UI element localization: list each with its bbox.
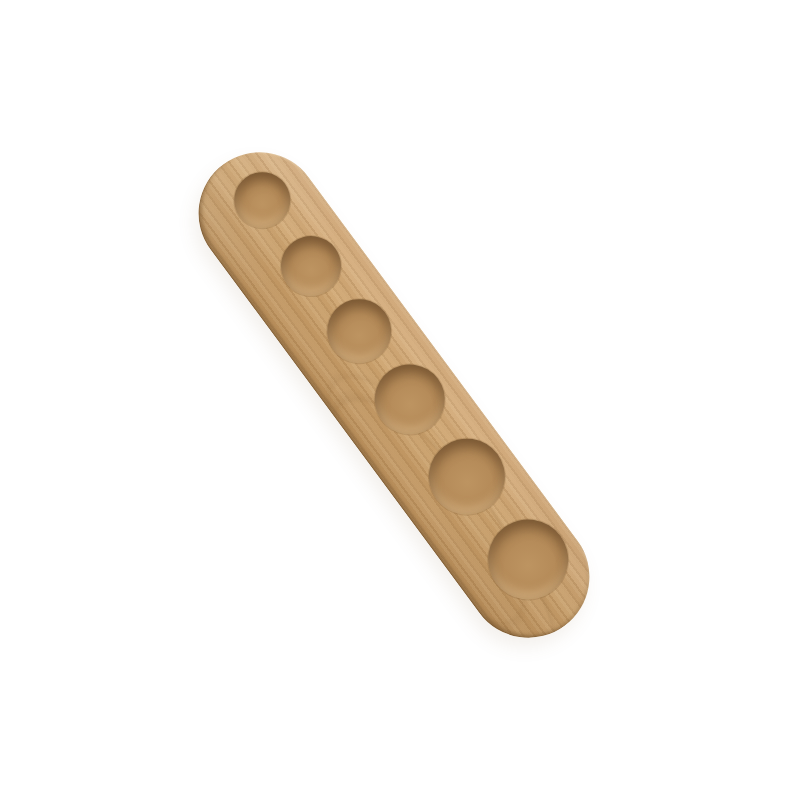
- pit-6[interactable]: [472, 504, 584, 616]
- pit-1[interactable]: [223, 161, 301, 239]
- mancala-board: [174, 128, 613, 662]
- pit-2[interactable]: [269, 224, 353, 308]
- pit-5[interactable]: [414, 424, 520, 530]
- pit-3[interactable]: [314, 286, 404, 376]
- photo-background: [0, 0, 800, 800]
- pit-4[interactable]: [361, 351, 459, 449]
